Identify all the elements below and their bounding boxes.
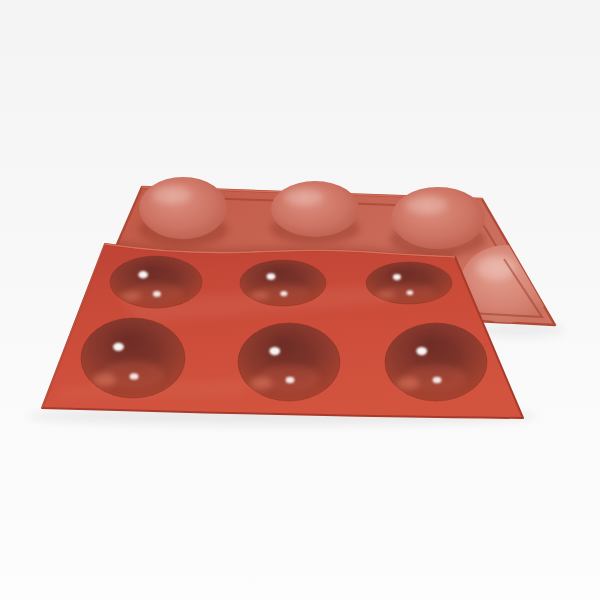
specular-highlight [280,291,287,296]
product-photo [0,0,600,600]
dome-bump [139,177,227,239]
cavity [385,323,487,401]
cavity [238,323,340,401]
dome-bump [271,181,359,237]
specular-highlight [407,290,414,295]
silicone-molds-illustration [0,0,600,600]
cavity-rim-light [93,374,116,387]
cavity-rim-light [250,377,272,389]
specular-highlight [286,377,295,383]
dome-highlight [152,186,192,205]
specular-highlight [393,274,401,280]
cavity-rim-light [121,292,141,300]
specular-highlight [269,347,280,355]
cavity-rim-light [376,291,395,298]
specular-highlight [267,273,276,280]
specular-highlight [113,343,124,351]
dome-bump [391,187,485,249]
cavity [366,262,452,304]
cavity-rim-light [397,377,419,389]
dome-highlight [284,189,324,206]
specular-highlight [130,373,139,379]
cavity [240,260,326,306]
specular-highlight [433,377,442,383]
cavity [110,256,202,308]
cavity [81,318,185,398]
specular-highlight [416,347,427,355]
dome-highlight [405,196,447,215]
specular-highlight [153,291,161,297]
specular-highlight [138,271,148,278]
front-mold [27,244,537,425]
cavity-rim-light [250,292,269,299]
